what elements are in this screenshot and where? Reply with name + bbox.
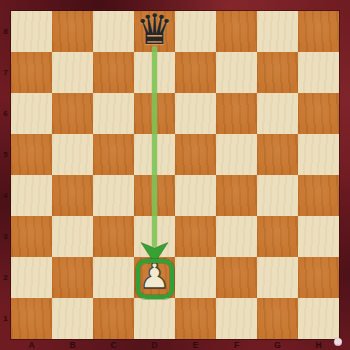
square-h3[interactable] bbox=[298, 216, 339, 257]
rank-label-2: 2 bbox=[0, 257, 11, 298]
rank-label-7: 7 bbox=[0, 52, 11, 93]
square-h1[interactable] bbox=[298, 298, 339, 339]
file-label-h: H bbox=[298, 339, 339, 350]
square-b1[interactable] bbox=[52, 298, 93, 339]
square-c7[interactable] bbox=[93, 52, 134, 93]
file-label-e: E bbox=[175, 339, 216, 350]
square-g8[interactable] bbox=[257, 11, 298, 52]
square-f5[interactable] bbox=[216, 134, 257, 175]
square-d5[interactable] bbox=[134, 134, 175, 175]
square-e5[interactable] bbox=[175, 134, 216, 175]
square-g3[interactable] bbox=[257, 216, 298, 257]
square-d8[interactable]: ♛ bbox=[134, 11, 175, 52]
square-h6[interactable] bbox=[298, 93, 339, 134]
square-f7[interactable] bbox=[216, 52, 257, 93]
file-label-f: F bbox=[216, 339, 257, 350]
rank-label-8: 8 bbox=[0, 11, 11, 52]
corner-dot bbox=[334, 338, 342, 346]
square-e6[interactable] bbox=[175, 93, 216, 134]
rank-label-1: 1 bbox=[0, 298, 11, 339]
square-b5[interactable] bbox=[52, 134, 93, 175]
square-a4[interactable] bbox=[11, 175, 52, 216]
file-label-a: A bbox=[11, 339, 52, 350]
square-g2[interactable] bbox=[257, 257, 298, 298]
rank-label-4: 4 bbox=[0, 175, 11, 216]
square-g1[interactable] bbox=[257, 298, 298, 339]
square-e1[interactable] bbox=[175, 298, 216, 339]
square-h7[interactable] bbox=[298, 52, 339, 93]
rank-label-5: 5 bbox=[0, 134, 11, 175]
square-a6[interactable] bbox=[11, 93, 52, 134]
square-a5[interactable] bbox=[11, 134, 52, 175]
square-g4[interactable] bbox=[257, 175, 298, 216]
square-g6[interactable] bbox=[257, 93, 298, 134]
file-label-b: B bbox=[52, 339, 93, 350]
square-h2[interactable] bbox=[298, 257, 339, 298]
square-f8[interactable] bbox=[216, 11, 257, 52]
chessboard-frame: ♛♟ 87654321 ABCDEFGH bbox=[0, 0, 350, 350]
square-c2[interactable] bbox=[93, 257, 134, 298]
square-h5[interactable] bbox=[298, 134, 339, 175]
square-d6[interactable] bbox=[134, 93, 175, 134]
square-d7[interactable] bbox=[134, 52, 175, 93]
square-b7[interactable] bbox=[52, 52, 93, 93]
square-f2[interactable] bbox=[216, 257, 257, 298]
file-label-d: D bbox=[134, 339, 175, 350]
square-e8[interactable] bbox=[175, 11, 216, 52]
square-b2[interactable] bbox=[52, 257, 93, 298]
square-c5[interactable] bbox=[93, 134, 134, 175]
square-c4[interactable] bbox=[93, 175, 134, 216]
square-d4[interactable] bbox=[134, 175, 175, 216]
square-a3[interactable] bbox=[11, 216, 52, 257]
square-f1[interactable] bbox=[216, 298, 257, 339]
black-queen[interactable]: ♛ bbox=[134, 9, 175, 50]
square-g7[interactable] bbox=[257, 52, 298, 93]
square-b8[interactable] bbox=[52, 11, 93, 52]
square-b4[interactable] bbox=[52, 175, 93, 216]
square-e7[interactable] bbox=[175, 52, 216, 93]
square-d1[interactable] bbox=[134, 298, 175, 339]
square-a2[interactable] bbox=[11, 257, 52, 298]
square-b6[interactable] bbox=[52, 93, 93, 134]
rank-labels: 87654321 bbox=[0, 11, 11, 339]
square-e2[interactable] bbox=[175, 257, 216, 298]
square-a8[interactable] bbox=[11, 11, 52, 52]
file-label-g: G bbox=[257, 339, 298, 350]
square-f4[interactable] bbox=[216, 175, 257, 216]
highlight-square-d2 bbox=[136, 259, 174, 299]
square-h4[interactable] bbox=[298, 175, 339, 216]
square-a1[interactable] bbox=[11, 298, 52, 339]
square-f3[interactable] bbox=[216, 216, 257, 257]
chess-board: ♛♟ bbox=[11, 11, 339, 339]
square-b3[interactable] bbox=[52, 216, 93, 257]
square-h8[interactable] bbox=[298, 11, 339, 52]
file-labels: ABCDEFGH bbox=[11, 339, 339, 350]
square-e4[interactable] bbox=[175, 175, 216, 216]
rank-label-6: 6 bbox=[0, 93, 11, 134]
file-label-c: C bbox=[93, 339, 134, 350]
square-c3[interactable] bbox=[93, 216, 134, 257]
square-e3[interactable] bbox=[175, 216, 216, 257]
square-g5[interactable] bbox=[257, 134, 298, 175]
square-c8[interactable] bbox=[93, 11, 134, 52]
square-c6[interactable] bbox=[93, 93, 134, 134]
square-f6[interactable] bbox=[216, 93, 257, 134]
rank-label-3: 3 bbox=[0, 216, 11, 257]
square-c1[interactable] bbox=[93, 298, 134, 339]
square-d3[interactable] bbox=[134, 216, 175, 257]
square-a7[interactable] bbox=[11, 52, 52, 93]
